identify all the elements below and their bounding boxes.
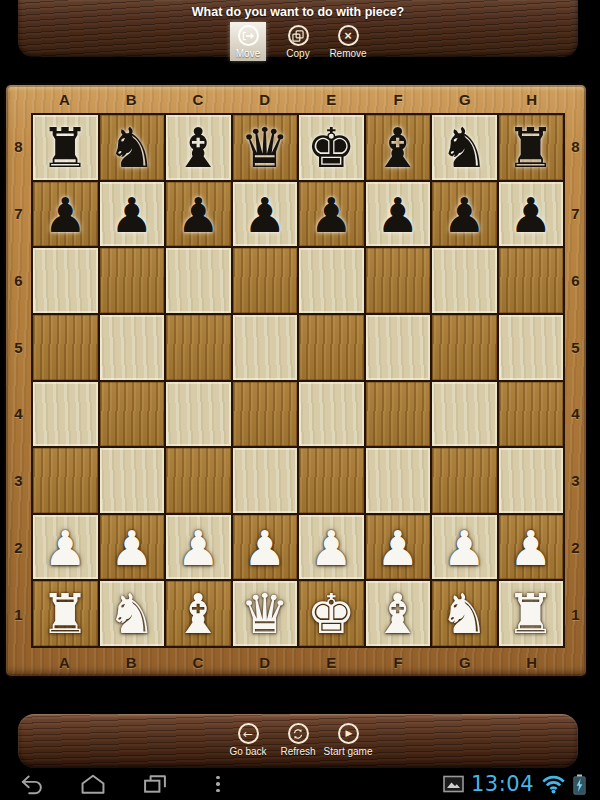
- square-h6[interactable]: [499, 248, 564, 313]
- rank-label-6: 6: [6, 247, 31, 314]
- square-c7[interactable]: ♟: [166, 182, 231, 247]
- rank-labels-right: 87654321: [565, 113, 586, 648]
- rank-label-1: 1: [565, 581, 586, 648]
- game-controls-bar: ← Go back Refresh ▶: [18, 714, 578, 768]
- file-label-d: D: [231, 648, 298, 676]
- piece-white-pawn[interactable]: ♟: [376, 524, 419, 572]
- move-arrow-circle-icon: [238, 25, 259, 46]
- rank-label-6: 6: [565, 247, 586, 314]
- square-a6[interactable]: [33, 248, 98, 313]
- square-f3[interactable]: [366, 448, 431, 513]
- square-d7[interactable]: ♟: [233, 182, 298, 247]
- square-h1[interactable]: ♜: [499, 581, 564, 646]
- square-a1[interactable]: ♜: [33, 581, 98, 646]
- square-d4[interactable]: [233, 382, 298, 447]
- file-label-g: G: [432, 85, 499, 113]
- dialog-actions: Move Copy × Remove: [18, 22, 578, 61]
- square-g5[interactable]: [432, 315, 497, 380]
- file-label-b: B: [98, 85, 165, 113]
- square-h4[interactable]: [499, 382, 564, 447]
- square-d8[interactable]: ♛: [233, 115, 298, 180]
- piece-white-pawn[interactable]: ♟: [110, 524, 153, 572]
- file-labels-top: ABCDEFGH: [31, 85, 565, 113]
- wifi-icon[interactable]: [541, 774, 566, 794]
- piece-black-pawn[interactable]: ♟: [310, 191, 353, 239]
- screenshot-thumbnail-icon[interactable]: [443, 775, 464, 793]
- piece-black-pawn[interactable]: ♟: [177, 191, 220, 239]
- square-f6[interactable]: [366, 248, 431, 313]
- chess-board: ABCDEFGH ABCDEFGH 87654321 87654321 ♜♞♝♛…: [6, 85, 586, 676]
- piece-black-pawn[interactable]: ♟: [509, 191, 552, 239]
- square-g7[interactable]: ♟: [432, 182, 497, 247]
- piece-white-knight[interactable]: ♞: [107, 587, 156, 642]
- square-g3[interactable]: [432, 448, 497, 513]
- square-d1[interactable]: ♛: [233, 581, 298, 646]
- piece-white-pawn[interactable]: ♟: [44, 524, 87, 572]
- square-a2[interactable]: ♟: [33, 515, 98, 580]
- piece-black-pawn[interactable]: ♟: [376, 191, 419, 239]
- start-game-label: Start game: [324, 746, 373, 757]
- rank-label-4: 4: [565, 381, 586, 448]
- file-label-a: A: [31, 85, 98, 113]
- battery-charging-icon[interactable]: [573, 774, 586, 795]
- copy-circle-icon: [288, 25, 309, 46]
- piece-white-pawn[interactable]: ♟: [443, 524, 486, 572]
- start-game-button[interactable]: ▶ Start game: [328, 720, 368, 766]
- piece-black-pawn[interactable]: ♟: [443, 191, 486, 239]
- piece-white-pawn[interactable]: ♟: [310, 524, 353, 572]
- rank-label-7: 7: [565, 180, 586, 247]
- piece-white-queen[interactable]: ♛: [240, 587, 289, 642]
- remove-button-label: Remove: [329, 48, 366, 59]
- square-e3[interactable]: [299, 448, 364, 513]
- rank-label-1: 1: [6, 581, 31, 648]
- file-label-d: D: [231, 85, 298, 113]
- square-b3[interactable]: [100, 448, 165, 513]
- square-h8[interactable]: ♜: [499, 115, 564, 180]
- nav-recents-button[interactable]: [138, 768, 172, 800]
- rank-label-5: 5: [6, 314, 31, 381]
- rank-label-2: 2: [6, 514, 31, 581]
- square-e7[interactable]: ♟: [299, 182, 364, 247]
- refresh-label: Refresh: [280, 746, 315, 757]
- square-b5[interactable]: [100, 315, 165, 380]
- square-g1[interactable]: ♞: [432, 581, 497, 646]
- piece-white-king[interactable]: ♚: [307, 587, 356, 642]
- square-f5[interactable]: [366, 315, 431, 380]
- game-controls: ← Go back Refresh ▶: [18, 720, 578, 766]
- rank-label-4: 4: [6, 381, 31, 448]
- piece-black-pawn[interactable]: ♟: [110, 191, 153, 239]
- piece-black-rook[interactable]: ♜: [506, 121, 555, 176]
- piece-black-knight[interactable]: ♞: [440, 121, 489, 176]
- square-a3[interactable]: [33, 448, 98, 513]
- square-c6[interactable]: [166, 248, 231, 313]
- rank-labels-left: 87654321: [6, 113, 31, 648]
- status-clock[interactable]: 13:04: [471, 772, 534, 796]
- file-label-h: H: [498, 85, 565, 113]
- square-d2[interactable]: ♟: [233, 515, 298, 580]
- square-g6[interactable]: [432, 248, 497, 313]
- go-back-button[interactable]: ← Go back: [228, 720, 268, 766]
- piece-black-knight[interactable]: ♞: [107, 121, 156, 176]
- piece-black-bishop[interactable]: ♝: [174, 121, 223, 176]
- square-h3[interactable]: [499, 448, 564, 513]
- piece-white-pawn[interactable]: ♟: [243, 524, 286, 572]
- overflow-menu-icon[interactable]: [208, 768, 228, 800]
- rank-label-3: 3: [565, 447, 586, 514]
- square-a5[interactable]: [33, 315, 98, 380]
- square-d5[interactable]: [233, 315, 298, 380]
- app-screen: What do you want to do with piece? Move: [0, 0, 600, 800]
- status-cluster: 13:04: [443, 768, 586, 800]
- refresh-circle-icon: [288, 723, 309, 744]
- square-c5[interactable]: [166, 315, 231, 380]
- piece-black-bishop[interactable]: ♝: [373, 121, 422, 176]
- dialog-title: What do you want to do with piece?: [18, 5, 578, 19]
- square-e1[interactable]: ♚: [299, 581, 364, 646]
- copy-button-label: Copy: [286, 48, 309, 59]
- file-label-c: C: [165, 648, 232, 676]
- square-c1[interactable]: ♝: [166, 581, 231, 646]
- remove-button[interactable]: × Remove: [330, 22, 366, 61]
- square-b7[interactable]: ♟: [100, 182, 165, 247]
- piece-white-rook[interactable]: ♜: [41, 587, 90, 642]
- piece-black-king[interactable]: ♚: [307, 121, 356, 176]
- file-label-a: A: [31, 648, 98, 676]
- piece-white-pawn[interactable]: ♟: [509, 524, 552, 572]
- nav-back-button[interactable]: [16, 768, 50, 800]
- square-d6[interactable]: [233, 248, 298, 313]
- square-c8[interactable]: ♝: [166, 115, 231, 180]
- square-h5[interactable]: [499, 315, 564, 380]
- file-label-b: B: [98, 648, 165, 676]
- rank-label-7: 7: [6, 180, 31, 247]
- piece-black-pawn[interactable]: ♟: [44, 191, 87, 239]
- go-back-label: Go back: [229, 746, 266, 757]
- rank-label-3: 3: [6, 447, 31, 514]
- piece-black-pawn[interactable]: ♟: [243, 191, 286, 239]
- square-g8[interactable]: ♞: [432, 115, 497, 180]
- square-e8[interactable]: ♚: [299, 115, 364, 180]
- move-button-label: Move: [236, 48, 260, 59]
- piece-white-knight[interactable]: ♞: [440, 587, 489, 642]
- square-f4[interactable]: [366, 382, 431, 447]
- square-b6[interactable]: [100, 248, 165, 313]
- piece-black-rook[interactable]: ♜: [41, 121, 90, 176]
- square-a4[interactable]: [33, 382, 98, 447]
- piece-black-queen[interactable]: ♛: [240, 121, 289, 176]
- square-b4[interactable]: [100, 382, 165, 447]
- square-h2[interactable]: ♟: [499, 515, 564, 580]
- rank-label-5: 5: [565, 314, 586, 381]
- square-c3[interactable]: [166, 448, 231, 513]
- move-button[interactable]: Move: [230, 22, 266, 61]
- back-arrow-circle-icon: ←: [238, 723, 259, 744]
- square-b1[interactable]: ♞: [100, 581, 165, 646]
- square-c4[interactable]: [166, 382, 231, 447]
- refresh-button[interactable]: Refresh: [278, 720, 318, 766]
- square-f1[interactable]: ♝: [366, 581, 431, 646]
- square-b2[interactable]: ♟: [100, 515, 165, 580]
- square-d3[interactable]: [233, 448, 298, 513]
- rank-label-8: 8: [565, 113, 586, 180]
- file-labels-bottom: ABCDEFGH: [31, 648, 565, 676]
- square-f8[interactable]: ♝: [366, 115, 431, 180]
- android-navigation-bar: 13:04: [0, 768, 600, 800]
- square-b8[interactable]: ♞: [100, 115, 165, 180]
- rank-label-2: 2: [565, 514, 586, 581]
- file-label-c: C: [165, 85, 232, 113]
- rank-label-8: 8: [6, 113, 31, 180]
- square-h7[interactable]: ♟: [499, 182, 564, 247]
- copy-button[interactable]: Copy: [280, 22, 316, 61]
- play-circle-icon: ▶: [338, 723, 359, 744]
- piece-white-bishop[interactable]: ♝: [373, 587, 422, 642]
- file-label-e: E: [298, 85, 365, 113]
- piece-action-dialog: What do you want to do with piece? Move: [18, 0, 578, 57]
- square-a8[interactable]: ♜: [33, 115, 98, 180]
- square-e5[interactable]: [299, 315, 364, 380]
- file-label-e: E: [298, 648, 365, 676]
- square-f2[interactable]: ♟: [366, 515, 431, 580]
- nav-home-button[interactable]: [76, 768, 110, 800]
- square-g4[interactable]: [432, 382, 497, 447]
- square-f7[interactable]: ♟: [366, 182, 431, 247]
- square-e4[interactable]: [299, 382, 364, 447]
- square-e2[interactable]: ♟: [299, 515, 364, 580]
- square-e6[interactable]: [299, 248, 364, 313]
- file-label-f: F: [365, 648, 432, 676]
- piece-white-bishop[interactable]: ♝: [174, 587, 223, 642]
- board-grid: ♜♞♝♛♚♝♞♜♟♟♟♟♟♟♟♟♟♟♟♟♟♟♟♟♜♞♝♛♚♝♞♜: [31, 113, 565, 648]
- file-label-g: G: [432, 648, 499, 676]
- piece-white-rook[interactable]: ♜: [506, 587, 555, 642]
- x-circle-icon: ×: [338, 25, 359, 46]
- file-label-h: H: [498, 648, 565, 676]
- square-c2[interactable]: ♟: [166, 515, 231, 580]
- square-a7[interactable]: ♟: [33, 182, 98, 247]
- square-g2[interactable]: ♟: [432, 515, 497, 580]
- piece-white-pawn[interactable]: ♟: [177, 524, 220, 572]
- file-label-f: F: [365, 85, 432, 113]
